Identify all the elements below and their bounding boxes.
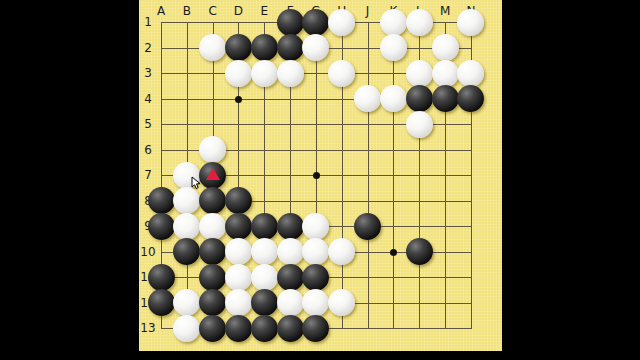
stone-black-F1[interactable] — [277, 9, 304, 36]
stone-white-E3[interactable] — [251, 60, 278, 87]
star-point-D4 — [235, 96, 242, 103]
star-point-G7 — [313, 172, 320, 179]
stone-black-C8[interactable] — [199, 187, 226, 214]
stone-black-L4[interactable] — [406, 85, 433, 112]
stone-white-L1[interactable] — [406, 9, 433, 36]
stone-white-M3[interactable] — [432, 60, 459, 87]
stone-black-F9[interactable] — [277, 213, 304, 240]
stone-white-K2[interactable] — [380, 34, 407, 61]
stone-white-N1[interactable] — [457, 9, 484, 36]
stone-white-D10[interactable] — [225, 238, 252, 265]
stone-black-C10[interactable] — [199, 238, 226, 265]
stone-white-B9[interactable] — [173, 213, 200, 240]
stone-black-E13[interactable] — [251, 315, 278, 342]
coord-label-row-6: 6 — [139, 143, 157, 157]
coord-label-col-C: C — [204, 4, 222, 18]
stone-white-C2[interactable] — [199, 34, 226, 61]
stone-white-B12[interactable] — [173, 289, 200, 316]
stone-black-F13[interactable] — [277, 315, 304, 342]
stone-white-J4[interactable] — [354, 85, 381, 112]
stone-black-B10[interactable] — [173, 238, 200, 265]
stone-black-F11[interactable] — [277, 264, 304, 291]
coord-label-col-E: E — [255, 4, 273, 18]
stone-white-L3[interactable] — [406, 60, 433, 87]
coord-label-row-4: 4 — [139, 92, 157, 106]
stone-white-C9[interactable] — [199, 213, 226, 240]
stone-black-A11[interactable] — [148, 264, 175, 291]
stone-white-G2[interactable] — [302, 34, 329, 61]
coord-label-row-5: 5 — [139, 117, 157, 131]
stone-black-C13[interactable] — [199, 315, 226, 342]
stone-white-H3[interactable] — [328, 60, 355, 87]
stone-white-L5[interactable] — [406, 111, 433, 138]
stone-white-H1[interactable] — [328, 9, 355, 36]
coord-label-col-M: M — [436, 4, 454, 18]
stone-black-C11[interactable] — [199, 264, 226, 291]
coord-label-row-13: 13 — [139, 321, 157, 335]
coord-label-row-10: 10 — [139, 245, 157, 259]
stone-white-B13[interactable] — [173, 315, 200, 342]
stone-black-A12[interactable] — [148, 289, 175, 316]
stone-white-C6[interactable] — [199, 136, 226, 163]
stone-black-D13[interactable] — [225, 315, 252, 342]
stone-white-D12[interactable] — [225, 289, 252, 316]
coord-label-row-7: 7 — [139, 168, 157, 182]
stone-white-N3[interactable] — [457, 60, 484, 87]
screen-background: ABCDEFGHJKLMN12345678910111213 — [0, 0, 640, 360]
stone-black-D9[interactable] — [225, 213, 252, 240]
stone-black-G1[interactable] — [302, 9, 329, 36]
stone-black-L10[interactable] — [406, 238, 433, 265]
stone-white-K1[interactable] — [380, 9, 407, 36]
stone-white-E11[interactable] — [251, 264, 278, 291]
stone-white-F3[interactable] — [277, 60, 304, 87]
stone-black-E9[interactable] — [251, 213, 278, 240]
stone-white-K4[interactable] — [380, 85, 407, 112]
coord-label-row-3: 3 — [139, 66, 157, 80]
stone-white-M2[interactable] — [432, 34, 459, 61]
stone-black-D2[interactable] — [225, 34, 252, 61]
stone-white-D3[interactable] — [225, 60, 252, 87]
stone-white-E10[interactable] — [251, 238, 278, 265]
mouse-cursor-icon — [191, 176, 201, 190]
stone-black-G11[interactable] — [302, 264, 329, 291]
coord-label-row-1: 1 — [139, 15, 157, 29]
stone-black-M4[interactable] — [432, 85, 459, 112]
stone-white-D11[interactable] — [225, 264, 252, 291]
stone-white-B8[interactable] — [173, 187, 200, 214]
stone-white-G10[interactable] — [302, 238, 329, 265]
coord-label-col-J: J — [359, 4, 377, 18]
stone-black-N4[interactable] — [457, 85, 484, 112]
last-move-triangle-marker — [206, 168, 220, 180]
stone-black-A8[interactable] — [148, 187, 175, 214]
stone-black-C12[interactable] — [199, 289, 226, 316]
star-point-K10 — [390, 249, 397, 256]
stone-black-E12[interactable] — [251, 289, 278, 316]
stone-white-G9[interactable] — [302, 213, 329, 240]
stone-white-F12[interactable] — [277, 289, 304, 316]
stone-white-G12[interactable] — [302, 289, 329, 316]
coord-label-col-B: B — [178, 4, 196, 18]
coord-label-col-D: D — [229, 4, 247, 18]
stone-black-D8[interactable] — [225, 187, 252, 214]
stone-white-F10[interactable] — [277, 238, 304, 265]
stone-black-A9[interactable] — [148, 213, 175, 240]
go-board[interactable]: ABCDEFGHJKLMN12345678910111213 — [139, 0, 502, 351]
stone-white-H10[interactable] — [328, 238, 355, 265]
coord-label-row-2: 2 — [139, 41, 157, 55]
stone-black-J9[interactable] — [354, 213, 381, 240]
stone-black-E2[interactable] — [251, 34, 278, 61]
stone-black-G13[interactable] — [302, 315, 329, 342]
stone-black-F2[interactable] — [277, 34, 304, 61]
stone-white-H12[interactable] — [328, 289, 355, 316]
